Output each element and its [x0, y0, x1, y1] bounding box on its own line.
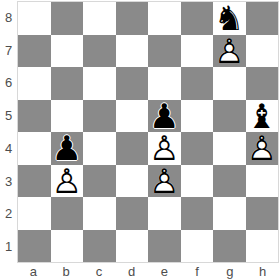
- square-e1[interactable]: [148, 230, 181, 263]
- square-f2[interactable]: [181, 197, 214, 230]
- square-f8[interactable]: [181, 2, 214, 35]
- white-pawn-e3[interactable]: ♟♙: [148, 165, 181, 198]
- square-f6[interactable]: [181, 67, 214, 100]
- square-c5[interactable]: [83, 100, 116, 133]
- white-pawn-outline-glyph: ♙: [246, 131, 279, 165]
- square-c6[interactable]: [83, 67, 116, 100]
- square-b1[interactable]: [51, 230, 84, 263]
- square-h2[interactable]: [246, 197, 279, 230]
- rank-label-5: 5: [0, 99, 17, 132]
- rank-label-2: 2: [0, 198, 17, 231]
- square-d8[interactable]: [116, 2, 149, 35]
- square-d3[interactable]: [116, 165, 149, 198]
- square-d6[interactable]: [116, 67, 149, 100]
- square-b2[interactable]: [51, 197, 84, 230]
- rank-label-3: 3: [0, 165, 17, 198]
- square-a1[interactable]: [18, 230, 51, 263]
- rank-label-4: 4: [0, 132, 17, 165]
- square-f1[interactable]: [181, 230, 214, 263]
- file-label-g: g: [214, 262, 247, 280]
- square-a4[interactable]: [18, 132, 51, 165]
- square-c4[interactable]: [83, 132, 116, 165]
- square-e7[interactable]: [148, 35, 181, 68]
- square-g1[interactable]: [213, 230, 246, 263]
- square-d5[interactable]: [116, 100, 149, 133]
- square-e8[interactable]: [148, 2, 181, 35]
- square-d1[interactable]: [116, 230, 149, 263]
- square-b6[interactable]: [51, 67, 84, 100]
- file-label-f: f: [181, 262, 214, 280]
- file-label-b: b: [50, 262, 83, 280]
- square-a5[interactable]: [18, 100, 51, 133]
- square-f4[interactable]: [181, 132, 214, 165]
- square-a2[interactable]: [18, 197, 51, 230]
- square-c2[interactable]: [83, 197, 116, 230]
- rank-labels: 87654321: [0, 1, 17, 263]
- file-label-a: a: [17, 262, 50, 280]
- square-d7[interactable]: [116, 35, 149, 68]
- square-c3[interactable]: [83, 165, 116, 198]
- square-h3[interactable]: [246, 165, 279, 198]
- square-b3[interactable]: ♟♙: [51, 165, 84, 198]
- square-f3[interactable]: [181, 165, 214, 198]
- white-pawn-b3[interactable]: ♟♙: [51, 165, 84, 198]
- file-label-e: e: [148, 262, 181, 280]
- square-a7[interactable]: [18, 35, 51, 68]
- white-pawn-outline-glyph: ♙: [51, 163, 84, 197]
- file-label-c: c: [83, 262, 116, 280]
- rank-label-8: 8: [0, 1, 17, 34]
- square-f5[interactable]: [181, 100, 214, 133]
- file-labels: abcdefgh: [17, 262, 279, 280]
- white-pawn-g7[interactable]: ♟♙: [213, 35, 246, 68]
- file-label-d: d: [115, 262, 148, 280]
- square-h7[interactable]: [246, 35, 279, 68]
- square-g3[interactable]: [213, 165, 246, 198]
- square-c1[interactable]: [83, 230, 116, 263]
- square-c8[interactable]: [83, 2, 116, 35]
- square-f7[interactable]: [181, 35, 214, 68]
- square-d4[interactable]: [116, 132, 149, 165]
- square-h8[interactable]: [246, 2, 279, 35]
- square-e2[interactable]: [148, 197, 181, 230]
- square-g2[interactable]: [213, 197, 246, 230]
- square-a8[interactable]: [18, 2, 51, 35]
- white-pawn-outline-glyph: ♙: [213, 33, 246, 67]
- file-label-h: h: [246, 262, 279, 280]
- rank-label-6: 6: [0, 67, 17, 100]
- square-b8[interactable]: [51, 2, 84, 35]
- chess-board-screenshot: 87654321 ♞♟♙♟♝♟♟♙♟♙♟♙♟♙ abcdefgh: [0, 0, 280, 280]
- square-a6[interactable]: [18, 67, 51, 100]
- square-g4[interactable]: [213, 132, 246, 165]
- chessboard: ♞♟♙♟♝♟♟♙♟♙♟♙♟♙: [17, 1, 279, 263]
- square-g7[interactable]: ♟♙: [213, 35, 246, 68]
- rank-label-1: 1: [0, 230, 17, 263]
- white-pawn-outline-glyph: ♙: [148, 163, 181, 197]
- square-g6[interactable]: [213, 67, 246, 100]
- square-d2[interactable]: [116, 197, 149, 230]
- white-pawn-h4[interactable]: ♟♙: [246, 132, 279, 165]
- square-h1[interactable]: [246, 230, 279, 263]
- rank-label-7: 7: [0, 34, 17, 67]
- square-c7[interactable]: [83, 35, 116, 68]
- square-a3[interactable]: [18, 165, 51, 198]
- square-e3[interactable]: ♟♙: [148, 165, 181, 198]
- square-h4[interactable]: ♟♙: [246, 132, 279, 165]
- square-b7[interactable]: [51, 35, 84, 68]
- square-g5[interactable]: [213, 100, 246, 133]
